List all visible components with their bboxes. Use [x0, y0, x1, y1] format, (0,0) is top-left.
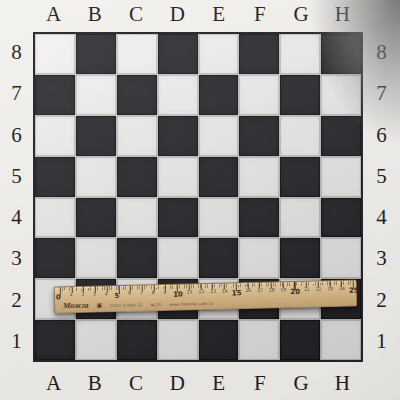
square-b1[interactable]	[76, 320, 116, 360]
ruler-gost-label: ГОСТ 17435-72	[110, 302, 142, 308]
square-h1[interactable]	[321, 320, 361, 360]
file-labels-bottom: ABCDEFGH	[33, 362, 363, 400]
square-e6[interactable]	[199, 116, 239, 156]
square-h5[interactable]	[321, 157, 361, 197]
file-label-b: B	[74, 362, 115, 400]
square-a4[interactable]	[35, 198, 75, 238]
square-d5[interactable]	[158, 157, 198, 197]
rank-label-3: 3	[0, 238, 33, 279]
file-labels-top: ABCDEFGH	[33, 0, 363, 32]
rank-labels-left: 87654321	[0, 32, 33, 362]
square-b3[interactable]	[76, 238, 116, 278]
rank-label-4: 4	[363, 197, 400, 238]
square-h4[interactable]	[321, 198, 361, 238]
square-h3[interactable]	[321, 238, 361, 278]
square-c7[interactable]	[117, 75, 157, 115]
ruler-website-label: www.mebelar-udm.ru	[169, 301, 213, 307]
square-c5[interactable]	[117, 157, 157, 197]
square-c1[interactable]	[117, 320, 157, 360]
file-label-e: E	[198, 362, 239, 400]
file-label-c: C	[116, 362, 157, 400]
square-d1[interactable]	[158, 320, 198, 360]
square-f5[interactable]	[239, 157, 279, 197]
file-label-c: C	[116, 0, 157, 32]
square-e4[interactable]	[199, 198, 239, 238]
square-h8[interactable]	[321, 34, 361, 74]
square-f1[interactable]	[239, 320, 279, 360]
square-a5[interactable]	[35, 157, 75, 197]
rank-label-2: 2	[0, 280, 33, 321]
rank-label-1: 1	[0, 321, 33, 362]
square-b8[interactable]	[76, 34, 116, 74]
rank-label-7: 7	[0, 73, 33, 114]
rank-label-6: 6	[0, 115, 33, 156]
file-label-a: A	[33, 362, 74, 400]
square-g3[interactable]	[280, 238, 320, 278]
square-d7[interactable]	[158, 75, 198, 115]
file-label-a: A	[33, 0, 74, 32]
file-label-b: B	[74, 0, 115, 32]
square-a1[interactable]	[35, 320, 75, 360]
square-e1[interactable]	[199, 320, 239, 360]
ruler-number-label: № 25	[151, 302, 162, 307]
file-label-f: F	[239, 362, 280, 400]
ruler-brand-label: Можга	[63, 301, 89, 311]
square-d3[interactable]	[158, 238, 198, 278]
square-b7[interactable]	[76, 75, 116, 115]
file-label-d: D	[157, 0, 198, 32]
file-label-f: F	[239, 0, 280, 32]
file-label-h: H	[322, 0, 363, 32]
square-h6[interactable]	[321, 116, 361, 156]
rank-label-8: 8	[363, 32, 400, 73]
square-e3[interactable]	[199, 238, 239, 278]
square-c3[interactable]	[117, 238, 157, 278]
rank-label-8: 8	[0, 32, 33, 73]
file-label-g: G	[281, 362, 322, 400]
square-f7[interactable]	[239, 75, 279, 115]
square-b5[interactable]	[76, 157, 116, 197]
square-a7[interactable]	[35, 75, 75, 115]
rank-label-6: 6	[363, 115, 400, 156]
square-b6[interactable]	[76, 116, 116, 156]
square-f6[interactable]	[239, 116, 279, 156]
file-label-h: H	[322, 362, 363, 400]
rank-label-5: 5	[363, 156, 400, 197]
square-e8[interactable]	[199, 34, 239, 74]
square-g5[interactable]	[280, 157, 320, 197]
square-e7[interactable]	[199, 75, 239, 115]
rank-labels-right: 87654321	[363, 32, 400, 362]
rank-label-1: 1	[363, 321, 400, 362]
chessboard-photo: ABCDEFGH 87654321 87654321 ABCDEFGH 0123…	[0, 0, 400, 400]
square-d6[interactable]	[158, 116, 198, 156]
square-f3[interactable]	[239, 238, 279, 278]
square-g6[interactable]	[280, 116, 320, 156]
file-label-e: E	[198, 0, 239, 32]
rank-label-4: 4	[0, 197, 33, 238]
square-f8[interactable]	[239, 34, 279, 74]
square-g1[interactable]	[280, 320, 320, 360]
square-g7[interactable]	[280, 75, 320, 115]
square-d8[interactable]	[158, 34, 198, 74]
square-c6[interactable]	[117, 116, 157, 156]
square-f4[interactable]	[239, 198, 279, 238]
rank-label-3: 3	[363, 238, 400, 279]
square-b4[interactable]	[76, 198, 116, 238]
square-a8[interactable]	[35, 34, 75, 74]
square-c4[interactable]	[117, 198, 157, 238]
square-g4[interactable]	[280, 198, 320, 238]
file-label-g: G	[281, 0, 322, 32]
square-a3[interactable]	[35, 238, 75, 278]
ruler-logo-stamp-icon: ▣	[96, 301, 102, 308]
rank-label-5: 5	[0, 156, 33, 197]
square-e5[interactable]	[199, 157, 239, 197]
rank-label-2: 2	[363, 280, 400, 321]
square-d4[interactable]	[158, 198, 198, 238]
square-g8[interactable]	[280, 34, 320, 74]
rank-label-7: 7	[363, 73, 400, 114]
square-c8[interactable]	[117, 34, 157, 74]
square-h7[interactable]	[321, 75, 361, 115]
file-label-d: D	[157, 362, 198, 400]
square-a6[interactable]	[35, 116, 75, 156]
